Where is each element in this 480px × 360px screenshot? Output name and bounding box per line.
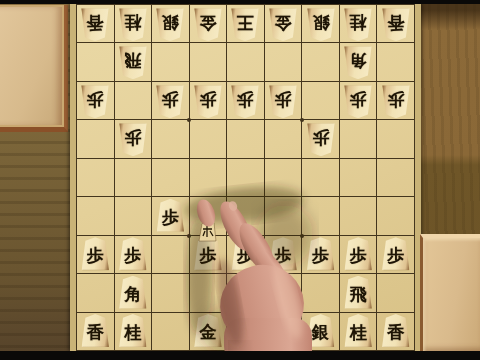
square-1c[interactable]: 歩 xyxy=(377,82,415,120)
square-7d[interactable] xyxy=(152,120,190,158)
piece-kanji: 歩 xyxy=(199,247,216,264)
square-8f[interactable] xyxy=(115,197,153,235)
square-3c[interactable] xyxy=(302,82,340,120)
square-1f[interactable] xyxy=(377,197,415,235)
square-6f[interactable] xyxy=(190,197,228,235)
piece-9i-L[interactable]: 香 xyxy=(81,314,110,347)
piece-kanji: 玉 xyxy=(237,324,254,341)
square-9h[interactable] xyxy=(77,274,115,312)
square-8h[interactable]: 角 xyxy=(115,274,153,312)
piece-3a-s[interactable]: 銀 xyxy=(306,8,335,41)
square-4d[interactable] xyxy=(265,120,303,158)
piece-kanji: 歩 xyxy=(237,247,254,264)
square-9a[interactable]: 香 xyxy=(77,5,115,43)
piece-5c-p[interactable]: 歩 xyxy=(231,85,260,118)
square-7e[interactable] xyxy=(152,159,190,197)
square-3i[interactable]: 銀 xyxy=(302,313,340,351)
piece-kanji: 歩 xyxy=(87,247,104,264)
piece-5a-k[interactable]: 王 xyxy=(231,8,260,41)
piece-kanji: 香 xyxy=(87,324,104,341)
board-grid: 香桂銀金王金銀桂香飛角歩歩歩歩歩歩歩歩歩歩歩歩歩歩歩歩歩歩角飛香桂金玉金銀桂香 xyxy=(76,4,415,351)
square-9b[interactable] xyxy=(77,43,115,81)
letterbox-top xyxy=(0,0,480,4)
star-point xyxy=(187,234,191,238)
piece-kanji: 歩 xyxy=(162,91,179,108)
piece-2b-b[interactable]: 角 xyxy=(344,46,373,79)
piece-kanji: 歩 xyxy=(312,247,329,264)
piece-1c-p[interactable]: 歩 xyxy=(381,85,410,118)
square-8e[interactable] xyxy=(115,159,153,197)
square-4i[interactable]: 金 xyxy=(265,313,303,351)
square-6c[interactable]: 歩 xyxy=(190,82,228,120)
piece-8i-N[interactable]: 桂 xyxy=(118,314,147,347)
piece-stand-left xyxy=(0,5,68,132)
piece-kanji: 香 xyxy=(87,14,104,31)
square-6h[interactable] xyxy=(190,274,228,312)
piece-kanji: 桂 xyxy=(350,324,367,341)
square-4h[interactable] xyxy=(265,274,303,312)
piece-6c-p[interactable]: 歩 xyxy=(193,85,222,118)
piece-kanji: 銀 xyxy=(312,324,329,341)
square-8b[interactable]: 飛 xyxy=(115,43,153,81)
square-3e[interactable] xyxy=(302,159,340,197)
square-4c[interactable]: 歩 xyxy=(265,82,303,120)
piece-kanji: 銀 xyxy=(312,14,329,31)
square-6b[interactable] xyxy=(190,43,228,81)
piece-kanji: 香 xyxy=(387,324,404,341)
square-2h[interactable]: 飛 xyxy=(340,274,378,312)
square-6e[interactable] xyxy=(190,159,228,197)
piece-2a-n[interactable]: 桂 xyxy=(344,8,373,41)
square-2i[interactable]: 桂 xyxy=(340,313,378,351)
square-2a[interactable]: 桂 xyxy=(340,5,378,43)
piece-4g-P[interactable]: 歩 xyxy=(269,237,298,270)
star-point xyxy=(300,234,304,238)
square-5g[interactable]: 歩 xyxy=(227,236,265,274)
piece-kanji: 金 xyxy=(199,324,216,341)
square-2b[interactable]: 角 xyxy=(340,43,378,81)
square-5f[interactable] xyxy=(227,197,265,235)
piece-kanji: 歩 xyxy=(275,91,292,108)
shogi-board: 香桂銀金王金銀桂香飛角歩歩歩歩歩歩歩歩歩歩歩歩歩歩歩歩歩歩角飛香桂金玉金銀桂香 xyxy=(70,4,421,351)
piece-kanji: 歩 xyxy=(387,91,404,108)
piece-3d-p[interactable]: 歩 xyxy=(306,123,335,156)
piece-5g-P[interactable]: 歩 xyxy=(231,237,260,270)
piece-kanji: 金 xyxy=(199,14,216,31)
square-9f[interactable] xyxy=(77,197,115,235)
square-1a[interactable]: 香 xyxy=(377,5,415,43)
square-6a[interactable]: 金 xyxy=(190,5,228,43)
piece-7a-s[interactable]: 銀 xyxy=(156,8,185,41)
piece-kanji: 桂 xyxy=(124,324,141,341)
video-frame: 香桂銀金王金銀桂香飛角歩歩歩歩歩歩歩歩歩歩歩歩歩歩歩歩歩歩角飛香桂金玉金銀桂香 xyxy=(0,0,480,360)
piece-4a-g[interactable]: 金 xyxy=(269,8,298,41)
piece-kanji: 角 xyxy=(124,286,141,303)
square-3b[interactable] xyxy=(302,43,340,81)
piece-2g-P[interactable]: 歩 xyxy=(344,237,373,270)
square-7a[interactable]: 銀 xyxy=(152,5,190,43)
piece-kanji: 歩 xyxy=(237,91,254,108)
piece-1a-l[interactable]: 香 xyxy=(381,8,410,41)
piece-3g-P[interactable]: 歩 xyxy=(306,237,335,270)
piece-kanji: 香 xyxy=(387,14,404,31)
square-5a[interactable]: 王 xyxy=(227,5,265,43)
star-point xyxy=(300,118,304,122)
piece-kanji: 王 xyxy=(237,14,254,31)
square-5i[interactable]: 玉 xyxy=(227,313,265,351)
piece-9g-P[interactable]: 歩 xyxy=(81,237,110,270)
square-2c[interactable]: 歩 xyxy=(340,82,378,120)
square-1e[interactable] xyxy=(377,159,415,197)
piece-8g-P[interactable]: 歩 xyxy=(118,237,147,270)
piece-kanji: 歩 xyxy=(387,247,404,264)
piece-2c-p[interactable]: 歩 xyxy=(344,85,373,118)
piece-kanji: 角 xyxy=(350,52,367,69)
square-3d[interactable]: 歩 xyxy=(302,120,340,158)
piece-kanji: 歩 xyxy=(350,91,367,108)
piece-8h-B[interactable]: 角 xyxy=(118,276,147,309)
piece-6a-g[interactable]: 金 xyxy=(193,8,222,41)
square-1i[interactable]: 香 xyxy=(377,313,415,351)
square-1g[interactable]: 歩 xyxy=(377,236,415,274)
piece-4i-G[interactable]: 金 xyxy=(269,314,298,347)
square-5d[interactable] xyxy=(227,120,265,158)
square-2g[interactable]: 歩 xyxy=(340,236,378,274)
square-7f[interactable]: 歩 xyxy=(152,197,190,235)
square-8g[interactable]: 歩 xyxy=(115,236,153,274)
piece-kanji: 歩 xyxy=(87,91,104,108)
square-7b[interactable] xyxy=(152,43,190,81)
square-9c[interactable]: 歩 xyxy=(77,82,115,120)
piece-6i-G[interactable]: 金 xyxy=(193,314,222,347)
square-8a[interactable]: 桂 xyxy=(115,5,153,43)
square-4g[interactable]: 歩 xyxy=(265,236,303,274)
square-3a[interactable]: 銀 xyxy=(302,5,340,43)
piece-kanji: 歩 xyxy=(199,91,216,108)
square-3h[interactable] xyxy=(302,274,340,312)
piece-9a-l[interactable]: 香 xyxy=(81,8,110,41)
piece-kanji: 飛 xyxy=(124,52,141,69)
piece-kanji: 銀 xyxy=(162,14,179,31)
square-8d[interactable]: 歩 xyxy=(115,120,153,158)
square-9g[interactable]: 歩 xyxy=(77,236,115,274)
piece-1g-P[interactable]: 歩 xyxy=(381,237,410,270)
square-1d[interactable] xyxy=(377,120,415,158)
piece-6g-P[interactable]: 歩 xyxy=(193,237,222,270)
piece-kanji: 歩 xyxy=(312,129,329,146)
piece-kanji: 歩 xyxy=(350,247,367,264)
piece-4c-p[interactable]: 歩 xyxy=(269,85,298,118)
piece-9c-p[interactable]: 歩 xyxy=(81,85,110,118)
square-2e[interactable] xyxy=(340,159,378,197)
square-6i[interactable]: 金 xyxy=(190,313,228,351)
square-5b[interactable] xyxy=(227,43,265,81)
piece-8b-r[interactable]: 飛 xyxy=(118,46,147,79)
square-3f[interactable] xyxy=(302,197,340,235)
piece-3i-S[interactable]: 銀 xyxy=(306,314,335,347)
piece-kanji: 歩 xyxy=(124,247,141,264)
piece-8a-n[interactable]: 桂 xyxy=(118,8,147,41)
piece-stand-right xyxy=(420,234,480,352)
piece-kanji: 桂 xyxy=(350,14,367,31)
square-5c[interactable]: 歩 xyxy=(227,82,265,120)
square-4a[interactable]: 金 xyxy=(265,5,303,43)
piece-1i-L[interactable]: 香 xyxy=(381,314,410,347)
square-9d[interactable] xyxy=(77,120,115,158)
letterbox-bottom xyxy=(0,351,480,360)
square-5e[interactable] xyxy=(227,159,265,197)
square-4f[interactable] xyxy=(265,197,303,235)
square-7i[interactable] xyxy=(152,313,190,351)
square-1b[interactable] xyxy=(377,43,415,81)
piece-kanji: 歩 xyxy=(162,209,179,226)
square-2f[interactable] xyxy=(340,197,378,235)
piece-kanji: 桂 xyxy=(124,14,141,31)
piece-8d-p[interactable]: 歩 xyxy=(118,123,147,156)
square-5h[interactable] xyxy=(227,274,265,312)
piece-kanji: 飛 xyxy=(350,286,367,303)
piece-kanji: 金 xyxy=(275,324,292,341)
square-7h[interactable] xyxy=(152,274,190,312)
piece-kanji: 歩 xyxy=(275,247,292,264)
square-4b[interactable] xyxy=(265,43,303,81)
square-4e[interactable] xyxy=(265,159,303,197)
square-1h[interactable] xyxy=(377,274,415,312)
piece-kanji: 金 xyxy=(275,14,292,31)
square-2d[interactable] xyxy=(340,120,378,158)
square-9e[interactable] xyxy=(77,159,115,197)
square-8c[interactable] xyxy=(115,82,153,120)
square-7g[interactable] xyxy=(152,236,190,274)
piece-5i-K[interactable]: 玉 xyxy=(231,314,260,347)
piece-2i-N[interactable]: 桂 xyxy=(344,314,373,347)
square-6g[interactable]: 歩 xyxy=(190,236,228,274)
piece-2h-R[interactable]: 飛 xyxy=(344,276,373,309)
piece-kanji: 歩 xyxy=(124,129,141,146)
piece-7f-P[interactable]: 歩 xyxy=(156,199,185,232)
square-3g[interactable]: 歩 xyxy=(302,236,340,274)
piece-7c-p[interactable]: 歩 xyxy=(156,85,185,118)
square-9i[interactable]: 香 xyxy=(77,313,115,351)
star-point xyxy=(187,118,191,122)
square-8i[interactable]: 桂 xyxy=(115,313,153,351)
square-7c[interactable]: 歩 xyxy=(152,82,190,120)
square-6d[interactable] xyxy=(190,120,228,158)
